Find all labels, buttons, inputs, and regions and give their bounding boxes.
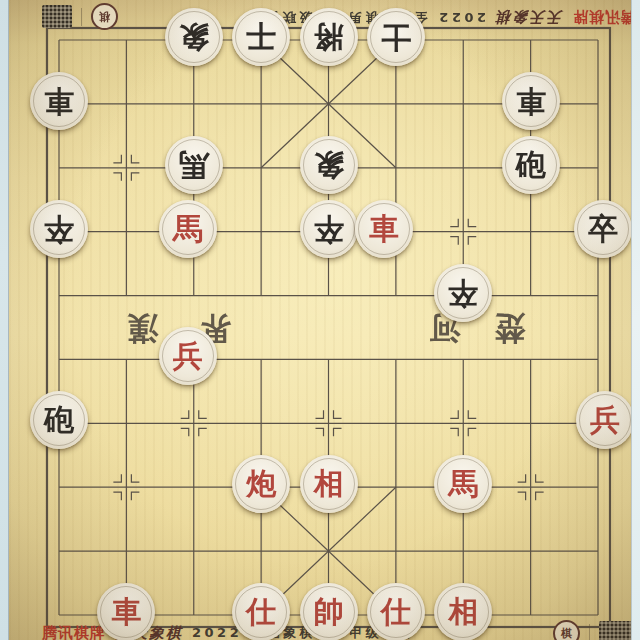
app-name-label: 天天象棋 — [495, 8, 563, 27]
piece-glyph: 馬 — [173, 214, 203, 244]
piece-red-general[interactable]: 帥 — [300, 583, 358, 640]
piece-glyph: 砲 — [44, 405, 74, 435]
divider — [589, 624, 590, 640]
piece-glyph: 兵 — [590, 405, 620, 435]
piece-glyph: 象 — [314, 150, 344, 180]
piece-glyph: 士 — [381, 22, 411, 52]
piece-black-chariot[interactable]: 車 — [30, 72, 88, 130]
piece-black-soldier[interactable]: 卒 — [30, 200, 88, 258]
piece-glyph: 卒 — [44, 214, 74, 244]
piece-red-soldier[interactable]: 兵 — [576, 391, 634, 449]
piece-black-elephant[interactable]: 象 — [300, 136, 358, 194]
piece-red-soldier[interactable]: 兵 — [159, 327, 217, 385]
app-logo-icon: 棋 — [91, 4, 118, 31]
qr-code-icon — [42, 6, 72, 29]
piece-glyph: 卒 — [448, 278, 478, 308]
piece-glyph: 兵 — [173, 341, 203, 371]
piece-glyph: 相 — [314, 469, 344, 499]
screen-bezel-right — [631, 0, 640, 640]
brand-label: 腾讯棋牌 — [572, 8, 636, 27]
piece-black-soldier[interactable]: 卒 — [300, 200, 358, 258]
piece-red-advisor[interactable]: 仕 — [232, 583, 290, 640]
river-label-char: 漢 — [128, 307, 159, 349]
piece-black-elephant[interactable]: 象 — [165, 8, 223, 66]
piece-glyph: 車 — [44, 86, 74, 116]
piece-glyph: 象 — [179, 22, 209, 52]
piece-black-horse[interactable]: 馬 — [165, 136, 223, 194]
piece-glyph: 將 — [314, 22, 344, 52]
piece-black-advisor[interactable]: 士 — [232, 8, 290, 66]
piece-red-chariot[interactable]: 車 — [355, 200, 413, 258]
piece-black-soldier[interactable]: 卒 — [574, 200, 632, 258]
piece-glyph: 炮 — [246, 469, 276, 499]
logo-group: 棋 — [553, 620, 636, 640]
piece-glyph: 車 — [516, 86, 546, 116]
piece-red-advisor[interactable]: 仕 — [367, 583, 425, 640]
logo-group: 棋 — [42, 4, 118, 31]
piece-glyph: 卒 — [314, 214, 344, 244]
app-logo-icon: 棋 — [553, 620, 580, 640]
piece-glyph: 帥 — [314, 597, 344, 627]
piece-red-cannon[interactable]: 炮 — [232, 455, 290, 513]
piece-glyph: 仕 — [381, 597, 411, 627]
divider — [81, 8, 82, 26]
piece-black-chariot[interactable]: 車 — [502, 72, 560, 130]
piece-glyph: 車 — [111, 597, 141, 627]
piece-red-elephant[interactable]: 相 — [300, 455, 358, 513]
piece-glyph: 車 — [369, 214, 399, 244]
piece-black-soldier[interactable]: 卒 — [434, 264, 492, 322]
piece-glyph: 馬 — [448, 469, 478, 499]
piece-glyph: 馬 — [179, 150, 209, 180]
river-label-char: 楚 — [495, 307, 526, 349]
piece-black-advisor[interactable]: 士 — [367, 8, 425, 66]
piece-red-horse[interactable]: 馬 — [159, 200, 217, 258]
piece-black-cannon[interactable]: 砲 — [30, 391, 88, 449]
piece-glyph: 卒 — [588, 214, 618, 244]
app-screen: { "game": "xiangqi", "app": "Tencent 天天象… — [0, 0, 640, 640]
piece-glyph: 相 — [448, 597, 478, 627]
piece-black-general[interactable]: 將 — [300, 8, 358, 66]
piece-black-cannon[interactable]: 砲 — [502, 136, 560, 194]
piece-glyph: 砲 — [516, 150, 546, 180]
piece-glyph: 士 — [246, 22, 276, 52]
piece-glyph: 仕 — [246, 597, 276, 627]
brand-label: 腾讯棋牌 — [42, 624, 106, 640]
piece-red-elephant[interactable]: 相 — [434, 583, 492, 640]
piece-red-chariot[interactable]: 車 — [97, 583, 155, 640]
screen-bezel-left — [0, 0, 9, 640]
